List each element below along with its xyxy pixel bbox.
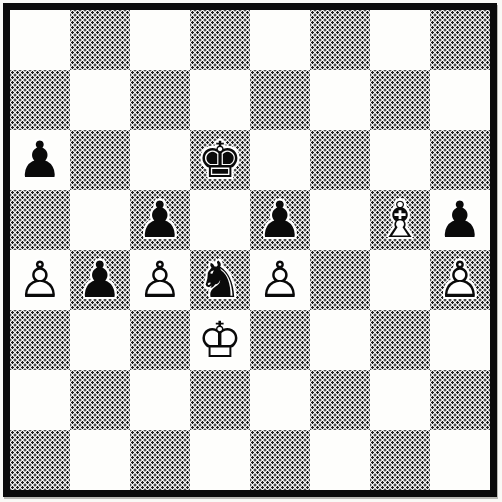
square-e2[interactable] [250, 370, 310, 430]
square-b6[interactable] [70, 130, 130, 190]
square-h4[interactable]: ♟♙ [430, 250, 490, 310]
square-f4[interactable] [310, 250, 370, 310]
square-b2[interactable] [70, 370, 130, 430]
square-f3[interactable] [310, 310, 370, 370]
piece-black-pawn[interactable]: ♟♟ [10, 130, 70, 190]
square-b4[interactable]: ♟♟ [70, 250, 130, 310]
square-f2[interactable] [310, 370, 370, 430]
square-h1[interactable] [430, 430, 490, 490]
chess-board-frame: ♟♟♚♚♟♟♟♟♝♗♟♟♟♙♟♟♟♙♞♞♟♙♟♙♚♔ [3, 3, 497, 497]
square-b7[interactable] [70, 70, 130, 130]
square-b3[interactable] [70, 310, 130, 370]
square-f6[interactable] [310, 130, 370, 190]
scanned-page: ♟♟♚♚♟♟♟♟♝♗♟♟♟♙♟♟♟♙♞♞♟♙♟♙♚♔ [0, 0, 502, 502]
square-e7[interactable] [250, 70, 310, 130]
black-pawn-icon: ♟ [10, 130, 70, 190]
black-king-icon: ♚ [190, 130, 250, 190]
black-knight-icon: ♞ [190, 250, 250, 310]
black-pawn-icon: ♟ [70, 250, 130, 310]
square-d3[interactable]: ♚♔ [190, 310, 250, 370]
piece-black-king[interactable]: ♚♚ [190, 130, 250, 190]
piece-white-pawn[interactable]: ♟♙ [10, 250, 70, 310]
square-b5[interactable] [70, 190, 130, 250]
square-d2[interactable] [190, 370, 250, 430]
square-g5[interactable]: ♝♗ [370, 190, 430, 250]
square-a2[interactable] [10, 370, 70, 430]
white-pawn-icon: ♙ [10, 250, 70, 310]
black-pawn-icon: ♟ [430, 190, 490, 250]
square-c2[interactable] [130, 370, 190, 430]
square-d4[interactable]: ♞♞ [190, 250, 250, 310]
white-king-icon: ♔ [190, 310, 250, 370]
square-h6[interactable] [430, 130, 490, 190]
square-g7[interactable] [370, 70, 430, 130]
square-d1[interactable] [190, 430, 250, 490]
white-pawn-icon: ♙ [130, 250, 190, 310]
square-f8[interactable] [310, 10, 370, 70]
white-pawn-icon: ♙ [430, 250, 490, 310]
square-d5[interactable] [190, 190, 250, 250]
square-h2[interactable] [430, 370, 490, 430]
white-bishop-icon: ♗ [370, 190, 430, 250]
square-d7[interactable] [190, 70, 250, 130]
square-c5[interactable]: ♟♟ [130, 190, 190, 250]
square-d8[interactable] [190, 10, 250, 70]
black-pawn-icon: ♟ [130, 190, 190, 250]
square-e8[interactable] [250, 10, 310, 70]
square-e5[interactable]: ♟♟ [250, 190, 310, 250]
square-g8[interactable] [370, 10, 430, 70]
piece-white-pawn[interactable]: ♟♙ [130, 250, 190, 310]
piece-white-pawn[interactable]: ♟♙ [250, 250, 310, 310]
piece-black-pawn[interactable]: ♟♟ [70, 250, 130, 310]
square-f7[interactable] [310, 70, 370, 130]
piece-black-knight[interactable]: ♞♞ [190, 250, 250, 310]
square-e1[interactable] [250, 430, 310, 490]
square-g6[interactable] [370, 130, 430, 190]
square-c1[interactable] [130, 430, 190, 490]
square-b1[interactable] [70, 430, 130, 490]
square-e3[interactable] [250, 310, 310, 370]
square-a7[interactable] [10, 70, 70, 130]
square-h3[interactable] [430, 310, 490, 370]
square-h8[interactable] [430, 10, 490, 70]
square-g2[interactable] [370, 370, 430, 430]
square-h7[interactable] [430, 70, 490, 130]
square-d6[interactable]: ♚♚ [190, 130, 250, 190]
square-a3[interactable] [10, 310, 70, 370]
square-a5[interactable] [10, 190, 70, 250]
piece-black-pawn[interactable]: ♟♟ [250, 190, 310, 250]
square-a4[interactable]: ♟♙ [10, 250, 70, 310]
square-c6[interactable] [130, 130, 190, 190]
square-c8[interactable] [130, 10, 190, 70]
square-b8[interactable] [70, 10, 130, 70]
square-e6[interactable] [250, 130, 310, 190]
square-a1[interactable] [10, 430, 70, 490]
square-a6[interactable]: ♟♟ [10, 130, 70, 190]
square-g4[interactable] [370, 250, 430, 310]
square-g1[interactable] [370, 430, 430, 490]
square-c4[interactable]: ♟♙ [130, 250, 190, 310]
square-f1[interactable] [310, 430, 370, 490]
square-e4[interactable]: ♟♙ [250, 250, 310, 310]
square-a8[interactable] [10, 10, 70, 70]
square-h5[interactable]: ♟♟ [430, 190, 490, 250]
white-pawn-icon: ♙ [250, 250, 310, 310]
piece-white-bishop[interactable]: ♝♗ [370, 190, 430, 250]
piece-white-king[interactable]: ♚♔ [190, 310, 250, 370]
black-pawn-icon: ♟ [250, 190, 310, 250]
piece-white-pawn[interactable]: ♟♙ [430, 250, 490, 310]
piece-black-pawn[interactable]: ♟♟ [130, 190, 190, 250]
square-g3[interactable] [370, 310, 430, 370]
chess-board: ♟♟♚♚♟♟♟♟♝♗♟♟♟♙♟♟♟♙♞♞♟♙♟♙♚♔ [10, 10, 490, 490]
square-c3[interactable] [130, 310, 190, 370]
square-f5[interactable] [310, 190, 370, 250]
piece-black-pawn[interactable]: ♟♟ [430, 190, 490, 250]
square-c7[interactable] [130, 70, 190, 130]
